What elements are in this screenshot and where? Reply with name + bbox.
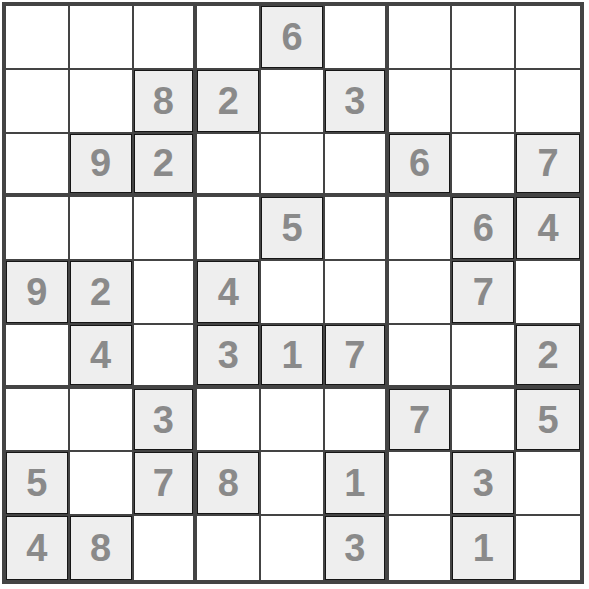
given-digit: 1 xyxy=(344,464,365,502)
cell-r6c4[interactable]: 3 xyxy=(197,325,261,389)
given-digit: 4 xyxy=(218,273,239,311)
given-digit: 7 xyxy=(538,144,559,182)
cell-r8c9[interactable] xyxy=(516,452,580,516)
cell-r9c7[interactable] xyxy=(389,516,453,580)
given-digit: 8 xyxy=(153,82,174,120)
cell-r3c6[interactable] xyxy=(325,134,389,198)
cell-r3c5[interactable] xyxy=(261,134,325,198)
cell-r2c8[interactable] xyxy=(452,70,516,134)
cell-r9c6[interactable]: 3 xyxy=(325,516,389,580)
given-digit: 6 xyxy=(473,209,494,247)
sudoku-page: 68239267564924743172375578134831 xyxy=(0,0,589,589)
cell-r8c6[interactable]: 1 xyxy=(325,452,389,516)
cell-r7c1[interactable] xyxy=(6,389,70,453)
given-digit: 3 xyxy=(153,401,174,439)
given-digit: 1 xyxy=(473,529,494,567)
cell-r4c3[interactable] xyxy=(134,197,198,261)
cell-r5c9[interactable] xyxy=(516,261,580,325)
cell-r2c6[interactable]: 3 xyxy=(325,70,389,134)
cell-r7c5[interactable] xyxy=(261,389,325,453)
cell-r2c3[interactable]: 8 xyxy=(134,70,198,134)
given-digit: 3 xyxy=(218,336,239,374)
cell-r5c4[interactable]: 4 xyxy=(197,261,261,325)
cell-r1c8[interactable] xyxy=(452,6,516,70)
cell-r5c3[interactable] xyxy=(134,261,198,325)
cell-r8c1[interactable]: 5 xyxy=(6,452,70,516)
cell-r8c4[interactable]: 8 xyxy=(197,452,261,516)
cell-r5c2[interactable]: 2 xyxy=(70,261,134,325)
cell-r2c9[interactable] xyxy=(516,70,580,134)
given-digit: 3 xyxy=(344,529,365,567)
given-digit: 6 xyxy=(281,18,302,56)
cell-r5c5[interactable] xyxy=(261,261,325,325)
given-digit: 7 xyxy=(409,401,430,439)
cell-r4c5[interactable]: 5 xyxy=(261,197,325,261)
cell-r1c4[interactable] xyxy=(197,6,261,70)
given-digit: 2 xyxy=(538,336,559,374)
cell-r1c1[interactable] xyxy=(6,6,70,70)
cell-r9c2[interactable]: 8 xyxy=(70,516,134,580)
cell-r2c4[interactable]: 2 xyxy=(197,70,261,134)
cell-r4c7[interactable] xyxy=(389,197,453,261)
given-digit: 5 xyxy=(281,209,302,247)
cell-r1c6[interactable] xyxy=(325,6,389,70)
cell-r5c7[interactable] xyxy=(389,261,453,325)
cell-r8c7[interactable] xyxy=(389,452,453,516)
cell-r8c2[interactable] xyxy=(70,452,134,516)
given-digit: 6 xyxy=(409,144,430,182)
given-digit: 5 xyxy=(26,464,47,502)
given-digit: 7 xyxy=(344,336,365,374)
cell-r7c7[interactable]: 7 xyxy=(389,389,453,453)
cell-r4c8[interactable]: 6 xyxy=(452,197,516,261)
given-digit: 2 xyxy=(90,273,111,311)
given-digit: 7 xyxy=(153,464,174,502)
given-digit: 4 xyxy=(538,209,559,247)
given-digit: 2 xyxy=(218,82,239,120)
cell-r5c8[interactable]: 7 xyxy=(452,261,516,325)
cell-r8c5[interactable] xyxy=(261,452,325,516)
cell-r1c5[interactable]: 6 xyxy=(261,6,325,70)
cell-r3c9[interactable]: 7 xyxy=(516,134,580,198)
cell-r6c2[interactable]: 4 xyxy=(70,325,134,389)
cell-r9c3[interactable] xyxy=(134,516,198,580)
cell-r4c1[interactable] xyxy=(6,197,70,261)
cell-r9c5[interactable] xyxy=(261,516,325,580)
given-digit: 4 xyxy=(26,529,47,567)
cell-r6c1[interactable] xyxy=(6,325,70,389)
cell-r8c8[interactable]: 3 xyxy=(452,452,516,516)
given-digit: 7 xyxy=(473,273,494,311)
cell-r3c1[interactable] xyxy=(6,134,70,198)
cell-r9c8[interactable]: 1 xyxy=(452,516,516,580)
cell-r3c2[interactable]: 9 xyxy=(70,134,134,198)
given-digit: 1 xyxy=(281,336,302,374)
cell-r4c2[interactable] xyxy=(70,197,134,261)
cell-r7c2[interactable] xyxy=(70,389,134,453)
cell-r3c4[interactable] xyxy=(197,134,261,198)
cell-r4c9[interactable]: 4 xyxy=(516,197,580,261)
sudoku-board: 68239267564924743172375578134831 xyxy=(2,2,584,584)
cell-r6c7[interactable] xyxy=(389,325,453,389)
cell-r1c3[interactable] xyxy=(134,6,198,70)
cell-r6c5[interactable]: 1 xyxy=(261,325,325,389)
given-digit: 8 xyxy=(218,464,239,502)
cell-r4c4[interactable] xyxy=(197,197,261,261)
cell-r3c7[interactable]: 6 xyxy=(389,134,453,198)
given-digit: 3 xyxy=(473,464,494,502)
cell-r9c1[interactable]: 4 xyxy=(6,516,70,580)
given-digit: 5 xyxy=(538,401,559,439)
given-digit: 4 xyxy=(90,336,111,374)
cell-r7c9[interactable]: 5 xyxy=(516,389,580,453)
cell-r1c9[interactable] xyxy=(516,6,580,70)
given-digit: 9 xyxy=(26,273,47,311)
cell-r2c1[interactable] xyxy=(6,70,70,134)
cell-r2c5[interactable] xyxy=(261,70,325,134)
cell-r1c2[interactable] xyxy=(70,6,134,70)
cell-r3c8[interactable] xyxy=(452,134,516,198)
cell-r2c7[interactable] xyxy=(389,70,453,134)
cell-r2c2[interactable] xyxy=(70,70,134,134)
cell-r7c3[interactable]: 3 xyxy=(134,389,198,453)
given-digit: 8 xyxy=(90,529,111,567)
cell-r7c4[interactable] xyxy=(197,389,261,453)
cell-r6c8[interactable] xyxy=(452,325,516,389)
cell-r6c9[interactable]: 2 xyxy=(516,325,580,389)
cell-r6c3[interactable] xyxy=(134,325,198,389)
cell-r9c4[interactable] xyxy=(197,516,261,580)
cell-r8c3[interactable]: 7 xyxy=(134,452,198,516)
cell-r6c6[interactable]: 7 xyxy=(325,325,389,389)
cell-r5c1[interactable]: 9 xyxy=(6,261,70,325)
cell-r9c9[interactable] xyxy=(516,516,580,580)
cell-r7c6[interactable] xyxy=(325,389,389,453)
cell-r3c3[interactable]: 2 xyxy=(134,134,198,198)
given-digit: 9 xyxy=(90,144,111,182)
given-digit: 3 xyxy=(344,82,365,120)
cell-r5c6[interactable] xyxy=(325,261,389,325)
cell-r4c6[interactable] xyxy=(325,197,389,261)
given-digit: 2 xyxy=(153,144,174,182)
cell-r1c7[interactable] xyxy=(389,6,453,70)
cell-r7c8[interactable] xyxy=(452,389,516,453)
